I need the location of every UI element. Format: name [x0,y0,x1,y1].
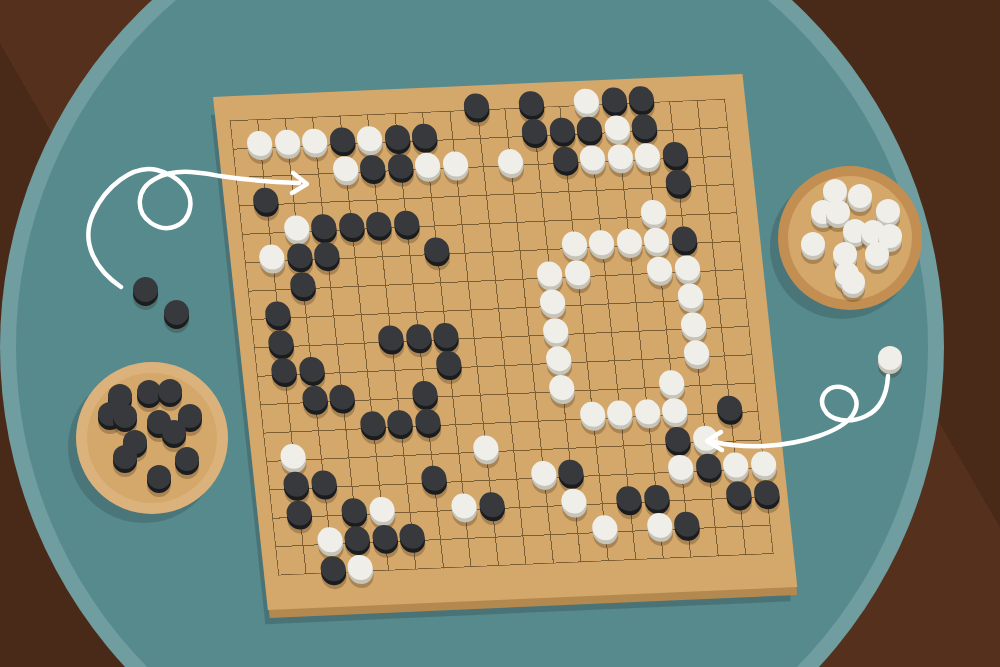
stone-black [147,465,171,489]
stone-white [876,199,900,223]
stone-black [113,404,137,428]
stone-black [113,445,137,469]
stone-black [133,277,158,302]
stone-white [801,232,825,256]
stone-white [841,270,865,294]
stone-black [158,379,182,403]
stone-black [175,447,199,471]
stone-black [164,300,189,325]
stone-white [878,346,902,370]
stone-white [826,200,850,224]
stone-white [848,184,872,208]
stone-black [162,420,186,444]
stone-white [865,242,889,266]
go-board [213,74,797,610]
illustration-scene [0,0,1000,667]
